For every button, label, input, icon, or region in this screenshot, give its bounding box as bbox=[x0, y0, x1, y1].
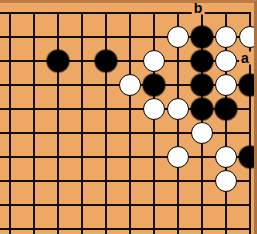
point-5-9 bbox=[94, 193, 118, 217]
point-9-7 bbox=[190, 145, 214, 169]
point-2-5 bbox=[22, 97, 46, 121]
point-4-5 bbox=[70, 97, 94, 121]
point-7-3 bbox=[142, 49, 166, 73]
point-11-8 bbox=[238, 169, 257, 193]
point-10-7 bbox=[214, 145, 238, 169]
point-4-2 bbox=[70, 25, 94, 49]
black-stone bbox=[215, 98, 237, 120]
point-1-7 bbox=[0, 145, 22, 169]
point-6-9 bbox=[118, 193, 142, 217]
point-11-7 bbox=[238, 145, 257, 169]
point-9-4 bbox=[190, 73, 214, 97]
point-1-10 bbox=[0, 217, 22, 234]
point-9-1: b bbox=[190, 1, 214, 25]
point-9-6 bbox=[190, 121, 214, 145]
point-8-3 bbox=[166, 49, 190, 73]
point-1-9 bbox=[0, 193, 22, 217]
point-10-4 bbox=[214, 73, 238, 97]
point-2-4 bbox=[22, 73, 46, 97]
point-7-7 bbox=[142, 145, 166, 169]
point-9-8 bbox=[190, 169, 214, 193]
point-3-4 bbox=[46, 73, 70, 97]
point-7-5 bbox=[142, 97, 166, 121]
point-7-9 bbox=[142, 193, 166, 217]
point-7-8 bbox=[142, 169, 166, 193]
point-4-7 bbox=[70, 145, 94, 169]
point-5-7 bbox=[94, 145, 118, 169]
point-3-8 bbox=[46, 169, 70, 193]
point-8-6 bbox=[166, 121, 190, 145]
point-7-10 bbox=[142, 217, 166, 234]
black-stone bbox=[143, 74, 165, 96]
white-stone bbox=[167, 26, 189, 48]
point-2-7 bbox=[22, 145, 46, 169]
point-3-3 bbox=[46, 49, 70, 73]
point-8-10 bbox=[166, 217, 190, 234]
point-4-1 bbox=[70, 1, 94, 25]
point-2-9 bbox=[22, 193, 46, 217]
point-6-3 bbox=[118, 49, 142, 73]
point-5-3 bbox=[94, 49, 118, 73]
point-2-3 bbox=[22, 49, 46, 73]
point-6-2 bbox=[118, 25, 142, 49]
point-8-1 bbox=[166, 1, 190, 25]
point-11-9 bbox=[238, 193, 257, 217]
point-5-8 bbox=[94, 169, 118, 193]
point-10-10 bbox=[214, 217, 238, 234]
point-1-1 bbox=[0, 1, 22, 25]
black-stone bbox=[239, 74, 257, 96]
point-5-6 bbox=[94, 121, 118, 145]
point-8-9 bbox=[166, 193, 190, 217]
black-stone bbox=[191, 26, 213, 48]
white-stone bbox=[143, 50, 165, 72]
point-3-2 bbox=[46, 25, 70, 49]
point-11-4 bbox=[238, 73, 257, 97]
point-4-6 bbox=[70, 121, 94, 145]
point-11-5 bbox=[238, 97, 257, 121]
point-11-6 bbox=[238, 121, 257, 145]
white-stone bbox=[239, 26, 257, 48]
white-stone bbox=[167, 98, 189, 120]
point-4-8 bbox=[70, 169, 94, 193]
go-board: ba bbox=[0, 1, 257, 234]
point-6-8 bbox=[118, 169, 142, 193]
point-5-2 bbox=[94, 25, 118, 49]
point-7-4 bbox=[142, 73, 166, 97]
point-6-10 bbox=[118, 217, 142, 234]
black-stone bbox=[95, 50, 117, 72]
point-2-6 bbox=[22, 121, 46, 145]
point-4-9 bbox=[70, 193, 94, 217]
point-1-4 bbox=[0, 73, 22, 97]
point-10-6 bbox=[214, 121, 238, 145]
point-9-5 bbox=[190, 97, 214, 121]
point-10-3 bbox=[214, 49, 238, 73]
point-8-8 bbox=[166, 169, 190, 193]
point-3-1 bbox=[46, 1, 70, 25]
point-11-2 bbox=[238, 25, 257, 49]
point-11-3: a bbox=[238, 49, 257, 73]
point-10-5 bbox=[214, 97, 238, 121]
point-2-1 bbox=[22, 1, 46, 25]
point-1-2 bbox=[0, 25, 22, 49]
point-8-7 bbox=[166, 145, 190, 169]
white-stone bbox=[215, 74, 237, 96]
white-stone bbox=[143, 98, 165, 120]
white-stone bbox=[167, 146, 189, 168]
point-5-1 bbox=[94, 1, 118, 25]
point-10-1 bbox=[214, 1, 238, 25]
point-3-5 bbox=[46, 97, 70, 121]
point-11-10 bbox=[238, 217, 257, 234]
point-6-4 bbox=[118, 73, 142, 97]
point-5-10 bbox=[94, 217, 118, 234]
point-8-5 bbox=[166, 97, 190, 121]
point-10-9 bbox=[214, 193, 238, 217]
white-stone bbox=[215, 170, 237, 192]
point-2-2 bbox=[22, 25, 46, 49]
point-4-4 bbox=[70, 73, 94, 97]
point-5-5 bbox=[94, 97, 118, 121]
point-9-9 bbox=[190, 193, 214, 217]
point-3-10 bbox=[46, 217, 70, 234]
black-stone bbox=[191, 74, 213, 96]
point-10-8 bbox=[214, 169, 238, 193]
black-stone bbox=[191, 98, 213, 120]
point-8-2 bbox=[166, 25, 190, 49]
point-4-10 bbox=[70, 217, 94, 234]
point-6-7 bbox=[118, 145, 142, 169]
point-2-10 bbox=[22, 217, 46, 234]
point-7-6 bbox=[142, 121, 166, 145]
point-11-1 bbox=[238, 1, 257, 25]
white-stone bbox=[215, 50, 237, 72]
black-stone bbox=[239, 146, 257, 168]
point-label-b: b bbox=[192, 2, 205, 15]
point-9-10 bbox=[190, 217, 214, 234]
white-stone bbox=[119, 74, 141, 96]
point-8-4 bbox=[166, 73, 190, 97]
point-3-9 bbox=[46, 193, 70, 217]
point-3-7 bbox=[46, 145, 70, 169]
point-1-8 bbox=[0, 169, 22, 193]
point-9-3 bbox=[190, 49, 214, 73]
point-10-2 bbox=[214, 25, 238, 49]
white-stone bbox=[215, 26, 237, 48]
point-1-3 bbox=[0, 49, 22, 73]
point-6-6 bbox=[118, 121, 142, 145]
point-6-5 bbox=[118, 97, 142, 121]
point-6-1 bbox=[118, 1, 142, 25]
white-stone bbox=[191, 122, 213, 144]
point-3-6 bbox=[46, 121, 70, 145]
point-4-3 bbox=[70, 49, 94, 73]
point-1-5 bbox=[0, 97, 22, 121]
point-label-a: a bbox=[239, 52, 251, 65]
point-9-2 bbox=[190, 25, 214, 49]
black-stone bbox=[47, 50, 69, 72]
point-7-2 bbox=[142, 25, 166, 49]
point-5-4 bbox=[94, 73, 118, 97]
black-stone bbox=[191, 50, 213, 72]
go-diagram: ba bbox=[0, 0, 257, 234]
point-1-6 bbox=[0, 121, 22, 145]
point-7-1 bbox=[142, 1, 166, 25]
point-2-8 bbox=[22, 169, 46, 193]
white-stone bbox=[215, 146, 237, 168]
